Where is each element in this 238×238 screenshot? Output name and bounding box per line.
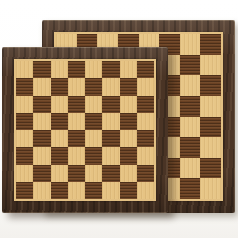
front-board-square-d2 — [68, 165, 85, 182]
front-board-square-g6 — [120, 96, 137, 113]
front-board-square-b3 — [33, 147, 50, 164]
front-board-square-d1 — [68, 182, 85, 199]
front-board-square-g7 — [120, 78, 137, 95]
front-board-square-e8 — [85, 61, 102, 78]
front-board-square-c1 — [51, 182, 68, 199]
front-board-square-b2 — [33, 165, 50, 182]
back-board-square-h7 — [200, 55, 221, 76]
front-board-square-c6 — [51, 96, 68, 113]
front-board-square-d6 — [68, 96, 85, 113]
front-board-square-f7 — [102, 78, 119, 95]
front-board-square-c5 — [51, 113, 68, 130]
front-board-square-d7 — [68, 78, 85, 95]
front-board-square-d8 — [68, 61, 85, 78]
back-board-square-h4 — [200, 117, 221, 138]
front-board-square-b5 — [33, 113, 50, 130]
front-board-square-g5 — [120, 113, 137, 130]
back-board-square-h1 — [200, 178, 221, 199]
front-board-square-c2 — [51, 165, 68, 182]
front-board-square-f2 — [102, 165, 119, 182]
product-photo-background — [0, 0, 238, 238]
back-board-square-g8 — [180, 34, 201, 55]
front-board-square-f6 — [102, 96, 119, 113]
front-board-square-h1 — [137, 182, 154, 199]
front-board-square-h8 — [137, 61, 154, 78]
back-board-square-h5 — [200, 96, 221, 117]
front-board-square-c3 — [51, 147, 68, 164]
front-board-square-e2 — [85, 165, 102, 182]
front-board-square-f5 — [102, 113, 119, 130]
front-board-square-f4 — [102, 130, 119, 147]
front-board-square-a8 — [16, 61, 33, 78]
front-board-square-c8 — [51, 61, 68, 78]
front-board-square-b1 — [33, 182, 50, 199]
front-board-square-g4 — [120, 130, 137, 147]
front-board-square-e1 — [85, 182, 102, 199]
front-board-square-e5 — [85, 113, 102, 130]
front-board-square-e4 — [85, 130, 102, 147]
front-board-square-d3 — [68, 147, 85, 164]
back-board-square-g5 — [180, 96, 201, 117]
front-board-square-f3 — [102, 147, 119, 164]
front-board-square-a1 — [16, 182, 33, 199]
front-board-square-h3 — [137, 147, 154, 164]
back-board-square-h8 — [200, 34, 221, 55]
front-board-square-g1 — [120, 182, 137, 199]
front-board-square-c7 — [51, 78, 68, 95]
front-board-square-h4 — [137, 130, 154, 147]
front-board-square-a4 — [16, 130, 33, 147]
back-board-square-h6 — [200, 75, 221, 96]
front-board-square-a7 — [16, 78, 33, 95]
front-board-square-a6 — [16, 96, 33, 113]
back-board-square-h3 — [200, 137, 221, 158]
front-board-square-b4 — [33, 130, 50, 147]
front-board-square-h2 — [137, 165, 154, 182]
front-chessboard-grid — [16, 61, 154, 199]
front-board-square-h7 — [137, 78, 154, 95]
front-board-square-h5 — [137, 113, 154, 130]
back-board-square-g6 — [180, 75, 201, 96]
back-board-square-g2 — [180, 158, 201, 179]
front-board-square-e3 — [85, 147, 102, 164]
front-board-square-g2 — [120, 165, 137, 182]
front-board-square-d4 — [68, 130, 85, 147]
front-chessboard-playing-area — [14, 59, 156, 201]
back-board-square-h2 — [200, 158, 221, 179]
front-board-square-a2 — [16, 165, 33, 182]
front-board-square-d5 — [68, 113, 85, 130]
front-board-square-g8 — [120, 61, 137, 78]
back-board-square-g1 — [180, 178, 201, 199]
back-board-square-g4 — [180, 117, 201, 138]
front-chessboard — [2, 47, 168, 213]
front-board-square-a5 — [16, 113, 33, 130]
front-board-square-b7 — [33, 78, 50, 95]
front-board-square-g3 — [120, 147, 137, 164]
back-board-square-g3 — [180, 137, 201, 158]
front-board-square-f8 — [102, 61, 119, 78]
front-board-square-e7 — [85, 78, 102, 95]
front-board-square-b6 — [33, 96, 50, 113]
front-board-square-f1 — [102, 182, 119, 199]
front-board-square-c4 — [51, 130, 68, 147]
front-board-square-h6 — [137, 96, 154, 113]
front-board-square-e6 — [85, 96, 102, 113]
front-board-square-a3 — [16, 147, 33, 164]
front-board-square-b8 — [33, 61, 50, 78]
back-board-square-g7 — [180, 55, 201, 76]
